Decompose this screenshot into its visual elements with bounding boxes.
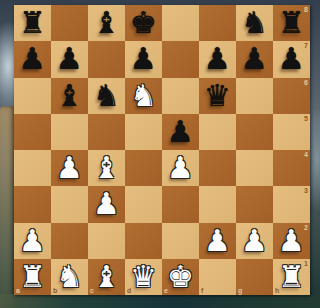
piece-black-pawn[interactable]: ♟ bbox=[162, 114, 199, 150]
square-g3[interactable] bbox=[236, 186, 273, 222]
piece-white-pawn[interactable]: ♟ bbox=[51, 150, 88, 186]
square-b6[interactable]: ♝ bbox=[51, 78, 88, 114]
square-b8[interactable] bbox=[51, 5, 88, 41]
square-a6[interactable] bbox=[14, 78, 51, 114]
rank-label: 2 bbox=[304, 224, 308, 231]
file-label: e bbox=[164, 287, 168, 294]
square-e4[interactable]: ♟ bbox=[162, 150, 199, 186]
piece-black-bishop[interactable]: ♝ bbox=[88, 5, 125, 41]
square-d7[interactable]: ♟ bbox=[125, 41, 162, 77]
piece-black-queen[interactable]: ♛ bbox=[199, 78, 236, 114]
square-d5[interactable] bbox=[125, 114, 162, 150]
piece-black-pawn[interactable]: ♟ bbox=[236, 41, 273, 77]
piece-black-bishop[interactable]: ♝ bbox=[51, 78, 88, 114]
background-rock-statue bbox=[0, 106, 15, 308]
square-d2[interactable] bbox=[125, 223, 162, 259]
square-d1[interactable]: ♛d bbox=[125, 259, 162, 295]
square-f7[interactable]: ♟ bbox=[199, 41, 236, 77]
square-g6[interactable] bbox=[236, 78, 273, 114]
piece-black-king[interactable]: ♚ bbox=[125, 5, 162, 41]
square-c1[interactable]: ♝c bbox=[88, 259, 125, 295]
square-c3[interactable]: ♟ bbox=[88, 186, 125, 222]
file-label: d bbox=[127, 287, 131, 294]
rank-label: 4 bbox=[304, 151, 308, 158]
rank-label: 3 bbox=[304, 187, 308, 194]
rank-label: 5 bbox=[304, 115, 308, 122]
square-h8[interactable]: ♜8 bbox=[273, 5, 310, 41]
file-label: h bbox=[275, 287, 279, 294]
square-f8[interactable] bbox=[199, 5, 236, 41]
square-e7[interactable] bbox=[162, 41, 199, 77]
chess-board[interactable]: ♜♝♚♞♜8♟♟♟♟♟♟7♝♞♞♛6♟5♟♝♟4♟3♟♟♟♟2♜a♞b♝c♛d♚… bbox=[14, 5, 310, 295]
square-b5[interactable] bbox=[51, 114, 88, 150]
piece-white-pawn[interactable]: ♟ bbox=[199, 223, 236, 259]
square-c6[interactable]: ♞ bbox=[88, 78, 125, 114]
rank-label: 1 bbox=[304, 260, 308, 267]
square-f1[interactable]: f bbox=[199, 259, 236, 295]
background-ground bbox=[0, 294, 320, 308]
square-f4[interactable] bbox=[199, 150, 236, 186]
square-h2[interactable]: ♟2 bbox=[273, 223, 310, 259]
file-label: g bbox=[238, 287, 242, 294]
rank-label: 6 bbox=[304, 79, 308, 86]
square-c5[interactable] bbox=[88, 114, 125, 150]
square-b2[interactable] bbox=[51, 223, 88, 259]
square-f2[interactable]: ♟ bbox=[199, 223, 236, 259]
piece-white-pawn[interactable]: ♟ bbox=[14, 223, 51, 259]
rank-label: 7 bbox=[304, 42, 308, 49]
square-b7[interactable]: ♟ bbox=[51, 41, 88, 77]
piece-black-pawn[interactable]: ♟ bbox=[125, 41, 162, 77]
file-label: b bbox=[53, 287, 57, 294]
square-f6[interactable]: ♛ bbox=[199, 78, 236, 114]
file-label: a bbox=[16, 287, 20, 294]
rank-label: 8 bbox=[304, 6, 308, 13]
square-d4[interactable] bbox=[125, 150, 162, 186]
square-h3[interactable]: 3 bbox=[273, 186, 310, 222]
square-f3[interactable] bbox=[199, 186, 236, 222]
square-g8[interactable]: ♞ bbox=[236, 5, 273, 41]
piece-black-pawn[interactable]: ♟ bbox=[51, 41, 88, 77]
square-e1[interactable]: ♚e bbox=[162, 259, 199, 295]
file-label: c bbox=[90, 287, 94, 294]
square-c2[interactable] bbox=[88, 223, 125, 259]
piece-black-knight[interactable]: ♞ bbox=[88, 78, 125, 114]
square-d3[interactable] bbox=[125, 186, 162, 222]
square-a1[interactable]: ♜a bbox=[14, 259, 51, 295]
square-g1[interactable]: g bbox=[236, 259, 273, 295]
square-g4[interactable] bbox=[236, 150, 273, 186]
square-h6[interactable]: 6 bbox=[273, 78, 310, 114]
square-g7[interactable]: ♟ bbox=[236, 41, 273, 77]
square-a8[interactable]: ♜ bbox=[14, 5, 51, 41]
square-h5[interactable]: 5 bbox=[273, 114, 310, 150]
piece-white-knight[interactable]: ♞ bbox=[125, 78, 162, 114]
square-b3[interactable] bbox=[51, 186, 88, 222]
square-a3[interactable] bbox=[14, 186, 51, 222]
square-e6[interactable] bbox=[162, 78, 199, 114]
square-c4[interactable]: ♝ bbox=[88, 150, 125, 186]
app-window: { "game": "chess", "position": { "fen": … bbox=[0, 0, 320, 308]
board-corner-mark-icon: ⟋ bbox=[304, 287, 310, 295]
piece-white-pawn[interactable]: ♟ bbox=[88, 186, 125, 222]
piece-black-knight[interactable]: ♞ bbox=[236, 5, 273, 41]
file-label: f bbox=[201, 287, 203, 294]
square-g5[interactable] bbox=[236, 114, 273, 150]
square-e2[interactable] bbox=[162, 223, 199, 259]
square-a5[interactable] bbox=[14, 114, 51, 150]
piece-white-bishop[interactable]: ♝ bbox=[88, 150, 125, 186]
piece-black-pawn[interactable]: ♟ bbox=[14, 41, 51, 77]
square-f5[interactable] bbox=[199, 114, 236, 150]
piece-black-rook[interactable]: ♜ bbox=[14, 5, 51, 41]
piece-black-pawn[interactable]: ♟ bbox=[199, 41, 236, 77]
piece-white-pawn[interactable]: ♟ bbox=[162, 150, 199, 186]
square-c7[interactable] bbox=[88, 41, 125, 77]
square-e3[interactable] bbox=[162, 186, 199, 222]
square-h4[interactable]: 4 bbox=[273, 150, 310, 186]
square-g2[interactable]: ♟ bbox=[236, 223, 273, 259]
square-a4[interactable] bbox=[14, 150, 51, 186]
square-b1[interactable]: ♞b bbox=[51, 259, 88, 295]
square-d8[interactable]: ♚ bbox=[125, 5, 162, 41]
square-b4[interactable]: ♟ bbox=[51, 150, 88, 186]
square-e5[interactable]: ♟ bbox=[162, 114, 199, 150]
square-a7[interactable]: ♟ bbox=[14, 41, 51, 77]
square-a2[interactable]: ♟ bbox=[14, 223, 51, 259]
square-e8[interactable] bbox=[162, 5, 199, 41]
square-c8[interactable]: ♝ bbox=[88, 5, 125, 41]
square-d6[interactable]: ♞ bbox=[125, 78, 162, 114]
square-h7[interactable]: ♟7 bbox=[273, 41, 310, 77]
piece-white-pawn[interactable]: ♟ bbox=[236, 223, 273, 259]
